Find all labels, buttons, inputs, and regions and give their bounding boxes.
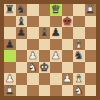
square-f7[interactable]: ♚: [62, 16, 74, 28]
square-f6[interactable]: [62, 27, 74, 39]
piece-white-bishop-g5[interactable]: ♝: [74, 38, 84, 49]
piece-white-rook-h8[interactable]: ♜: [85, 4, 95, 15]
square-b2[interactable]: [16, 73, 28, 85]
piece-white-bishop-g2[interactable]: ♝: [74, 73, 84, 84]
square-g7[interactable]: [73, 16, 85, 28]
piece-white-pawn-c4[interactable]: ♟: [28, 50, 38, 61]
chess-board-frame: ♜♞♛♜♝♚♟♝♟♟♝♟♟♞♞♚♟♟♝♜♞: [0, 0, 100, 100]
square-e2[interactable]: [50, 73, 62, 85]
square-b3[interactable]: [16, 62, 28, 74]
piece-black-knight-g4[interactable]: ♞: [74, 50, 84, 61]
square-a4[interactable]: [4, 50, 16, 62]
square-h6[interactable]: [85, 27, 97, 39]
square-c1[interactable]: [27, 85, 39, 97]
square-b1[interactable]: [16, 85, 28, 97]
square-c8[interactable]: [27, 4, 39, 16]
piece-white-king-d3[interactable]: ♚: [39, 61, 49, 72]
square-e3[interactable]: [50, 62, 62, 74]
square-h5[interactable]: [85, 39, 97, 51]
square-e4[interactable]: ♟: [50, 50, 62, 62]
piece-black-bishop-b7[interactable]: ♝: [16, 15, 26, 26]
piece-black-knight-b8[interactable]: ♞: [16, 4, 26, 15]
square-b6[interactable]: ♟: [16, 27, 28, 39]
square-b4[interactable]: [16, 50, 28, 62]
square-f1[interactable]: [62, 85, 74, 97]
piece-white-rook-a1[interactable]: ♜: [5, 84, 15, 95]
square-f2[interactable]: ♟: [62, 73, 74, 85]
square-d2[interactable]: [39, 73, 51, 85]
square-h4[interactable]: [85, 50, 97, 62]
square-h1[interactable]: [85, 85, 97, 97]
piece-black-pawn-a5[interactable]: ♟: [5, 38, 15, 49]
piece-white-queen-e8[interactable]: ♛: [51, 4, 61, 15]
square-d3[interactable]: ♚: [39, 62, 51, 74]
piece-black-king-f7[interactable]: ♚: [62, 15, 72, 26]
square-c7[interactable]: [27, 16, 39, 28]
piece-white-pawn-a2[interactable]: ♟: [5, 73, 15, 84]
square-d5[interactable]: [39, 39, 51, 51]
square-e6[interactable]: ♟: [50, 27, 62, 39]
piece-black-rook-a8[interactable]: ♜: [5, 4, 15, 15]
square-g8[interactable]: [73, 4, 85, 16]
piece-white-pawn-f2[interactable]: ♟: [62, 73, 72, 84]
square-h3[interactable]: [85, 62, 97, 74]
piece-white-knight-g1[interactable]: ♞: [74, 84, 84, 95]
square-g4[interactable]: ♞: [73, 50, 85, 62]
piece-white-knight-c3[interactable]: ♞: [28, 61, 38, 72]
square-a1[interactable]: ♜: [4, 85, 16, 97]
square-h2[interactable]: [85, 73, 97, 85]
square-c6[interactable]: [27, 27, 39, 39]
square-d6[interactable]: ♝: [39, 27, 51, 39]
piece-black-pawn-e6[interactable]: ♟: [51, 27, 61, 38]
square-d8[interactable]: [39, 4, 51, 16]
piece-white-pawn-e4[interactable]: ♟: [51, 50, 61, 61]
square-c3[interactable]: ♞: [27, 62, 39, 74]
square-e1[interactable]: [50, 85, 62, 97]
square-e8[interactable]: ♛: [50, 4, 62, 16]
piece-black-pawn-b6[interactable]: ♟: [16, 27, 26, 38]
square-f4[interactable]: [62, 50, 74, 62]
square-h8[interactable]: ♜: [85, 4, 97, 16]
piece-black-bishop-d6[interactable]: ♝: [39, 27, 49, 38]
square-c2[interactable]: [27, 73, 39, 85]
square-a7[interactable]: [4, 16, 16, 28]
square-g1[interactable]: ♞: [73, 85, 85, 97]
square-h7[interactable]: [85, 16, 97, 28]
square-f5[interactable]: [62, 39, 74, 51]
square-b5[interactable]: [16, 39, 28, 51]
square-d1[interactable]: [39, 85, 51, 97]
square-a8[interactable]: ♜: [4, 4, 16, 16]
square-a5[interactable]: ♟: [4, 39, 16, 51]
chess-board: ♜♞♛♜♝♚♟♝♟♟♝♟♟♞♞♚♟♟♝♜♞: [4, 4, 96, 96]
